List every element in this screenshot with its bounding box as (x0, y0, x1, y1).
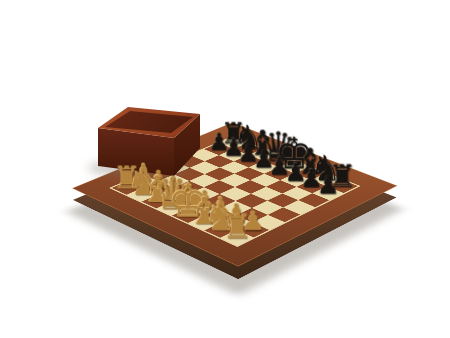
pieces-scene: ♜♞♝♛♚♝♞♜♟♟♟♟♟♟♟♟♟♟♟♟♟♟♟♟♜♞♝♛♚♝♞♜ (0, 0, 450, 338)
square-h7: ♟ (313, 186, 344, 200)
pieces-grid: ♜♞♝♛♚♝♞♜♟♟♟♟♟♟♟♟♟♟♟♟♟♟♟♟♜♞♝♛♚♝♞♜ (109, 136, 361, 247)
pieces-layer: ♜♞♝♛♚♝♞♜♟♟♟♟♟♟♟♟♟♟♟♟♟♟♟♟♜♞♝♛♚♝♞♜ (72, 122, 397, 266)
piece-white-rook-h1: ♜ (203, 210, 272, 243)
chess-set-photo: ♜♞♝♛♚♝♞♜♟♟♟♟♟♟♟♟♟♟♟♟♟♟♟♟♜♞♝♛♚♝♞♜ (0, 0, 450, 338)
square-h1: ♜ (220, 230, 253, 246)
